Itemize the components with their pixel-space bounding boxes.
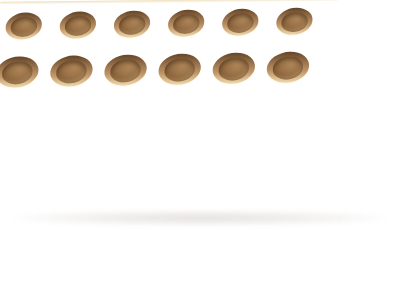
pit-r2-c1[interactable]: [0, 56, 41, 88]
pit-r2-c2[interactable]: [48, 55, 94, 87]
pit-cell: [258, 43, 319, 90]
pit-r1-c5[interactable]: [220, 8, 260, 36]
pit-cavity: [55, 60, 88, 83]
pit-cell: [156, 0, 217, 46]
pit-cell: [264, 0, 325, 44]
pit-cell: [149, 45, 210, 92]
pit-cell: [95, 46, 156, 93]
pit-r1-c3[interactable]: [112, 10, 152, 38]
pit-cavity: [1, 61, 34, 84]
pit-r1-c4[interactable]: [166, 9, 206, 37]
pit-grid: [0, 0, 325, 95]
pit-cell: [41, 47, 102, 94]
pit-cavity: [118, 14, 146, 34]
pit-cell: [102, 0, 163, 47]
mancala-board: [0, 0, 338, 95]
pit-r2-c5[interactable]: [211, 52, 257, 84]
pit-cell: [0, 2, 54, 49]
pit-r2-c3[interactable]: [102, 54, 148, 86]
pit-r2-c4[interactable]: [157, 53, 203, 85]
pit-cavity: [226, 12, 254, 32]
pit-cell: [0, 48, 48, 95]
pit-cavity: [109, 59, 142, 82]
pit-cell: [48, 1, 109, 48]
pit-cavity: [271, 56, 304, 79]
pit-r1-c1[interactable]: [4, 12, 44, 40]
pit-cell: [210, 0, 271, 45]
pit-cavity: [64, 15, 92, 35]
pit-cavity: [163, 58, 196, 81]
pit-r1-c6[interactable]: [275, 7, 315, 35]
product-photo-backdrop: [0, 0, 400, 300]
pit-r2-c6[interactable]: [265, 51, 311, 83]
pit-cavity: [217, 57, 250, 80]
pit-cavity: [10, 16, 38, 36]
pit-cell: [204, 44, 265, 91]
board-drop-shadow: [14, 210, 386, 226]
pit-cavity: [172, 13, 200, 33]
pit-cavity: [280, 12, 308, 32]
pit-r1-c2[interactable]: [58, 11, 98, 39]
